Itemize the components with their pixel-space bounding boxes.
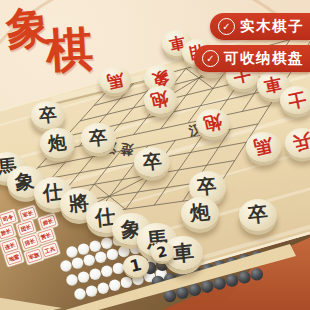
piece-character: 馬	[105, 67, 126, 92]
piece-character: 卒	[88, 125, 109, 152]
black-go-stone	[213, 277, 225, 289]
white-go-stone	[60, 260, 71, 271]
number-disc-2: 2	[151, 242, 174, 261]
xiangqi-piece-red: 炮	[144, 86, 177, 114]
white-go-stone	[66, 246, 77, 257]
white-go-stone	[78, 271, 89, 282]
xiangqi-piece-black: 炮	[40, 128, 75, 157]
white-go-stone	[78, 243, 89, 254]
feature-badge-solid-wood: ✓ 实木棋子	[210, 13, 310, 40]
piece-character: 炮	[149, 86, 171, 113]
white-go-stone	[90, 269, 101, 280]
black-go-stone	[176, 287, 188, 299]
black-go-stone	[226, 274, 238, 286]
piece-character: 卒	[247, 201, 269, 230]
check-circle-icon: ✓	[218, 18, 235, 35]
white-go-stone	[66, 274, 77, 285]
piece-character: 士	[286, 86, 308, 113]
piece-character: 車	[171, 238, 195, 268]
xiangqi-piece-red: 馬	[246, 132, 281, 161]
xiangqi-piece-black: 卒	[81, 123, 116, 152]
feature-badge-storable-board: ✓ 可收纳棋盘	[194, 45, 310, 72]
xiangqi-piece-black: 炮	[181, 197, 219, 229]
white-go-stone	[109, 280, 120, 291]
white-go-stone	[101, 266, 112, 277]
product-photo-xiangqi-set: 司令 军长 师长 旅长 团长 营长 连长 排长 工兵 地雷 军旗楚河汉界 車相帥…	[0, 0, 310, 310]
white-go-stone	[121, 277, 132, 288]
white-go-stone	[98, 283, 109, 294]
xiangqi-piece-red: 炮	[196, 109, 230, 138]
check-circle-icon: ✓	[202, 50, 219, 67]
xiangqi-piece-red: 士	[280, 86, 310, 115]
black-go-stone	[189, 284, 201, 296]
black-go-stone	[251, 268, 263, 280]
piece-character: 象	[14, 168, 36, 197]
piece-character: 炮	[47, 130, 68, 157]
white-go-stone	[95, 252, 106, 263]
piece-character: 卒	[141, 148, 162, 176]
piece-character: 卒	[38, 102, 58, 128]
disc-number: 1	[128, 255, 143, 276]
piece-character: 馬	[252, 133, 275, 161]
white-go-stone	[90, 241, 101, 252]
white-go-stone	[107, 249, 118, 260]
white-go-stone	[72, 257, 83, 268]
white-go-stone	[74, 288, 85, 299]
xiangqi-piece-red: 馬	[99, 67, 131, 94]
white-go-stone	[118, 246, 129, 257]
black-go-stone	[164, 290, 176, 302]
xiangqi-piece-black: 卒	[239, 199, 277, 231]
white-go-stone	[86, 285, 97, 296]
black-go-stone	[201, 281, 213, 293]
xiangqi-piece-black: 卒	[134, 147, 170, 177]
badge-label: 实木棋子	[240, 17, 304, 36]
disc-number: 2	[155, 243, 168, 261]
calligraphy-title-char-qi: 棋	[45, 25, 94, 74]
white-go-stone	[101, 238, 112, 249]
black-go-stone	[238, 271, 250, 283]
white-go-stone	[84, 255, 95, 266]
piece-character: 炮	[189, 199, 211, 228]
xiangqi-piece-black: 卒	[31, 101, 65, 130]
badge-label: 可收纳棋盘	[224, 49, 304, 68]
number-disc-1: 1	[123, 255, 149, 277]
piece-character: 炮	[202, 109, 224, 136]
piece-character: 兵	[291, 129, 310, 157]
